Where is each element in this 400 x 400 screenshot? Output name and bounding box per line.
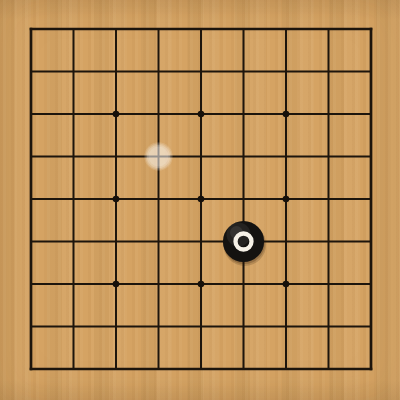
screenshot-root — [0, 0, 400, 400]
star-point — [198, 196, 205, 203]
star-point — [198, 111, 205, 118]
star-point — [283, 196, 290, 203]
star-point — [113, 111, 120, 118]
star-point — [113, 281, 120, 288]
go-board[interactable] — [0, 0, 400, 400]
ghost-stone-white[interactable] — [149, 147, 169, 167]
star-point — [283, 281, 290, 288]
go-board-svg[interactable] — [0, 0, 400, 400]
star-point — [198, 281, 205, 288]
star-point — [113, 196, 120, 203]
star-point — [283, 111, 290, 118]
